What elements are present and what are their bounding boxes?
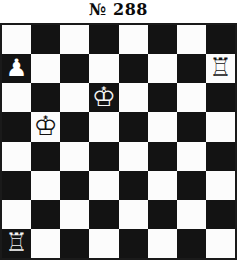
square-d6[interactable]: ♔	[89, 83, 118, 112]
square-d2[interactable]	[89, 200, 118, 229]
square-f3[interactable]	[148, 171, 177, 200]
white-king[interactable]: ♔	[34, 112, 58, 139]
square-c1[interactable]	[60, 229, 89, 258]
square-g8[interactable]	[177, 25, 206, 54]
square-f7[interactable]	[148, 54, 177, 83]
square-h4[interactable]	[206, 142, 235, 171]
square-b1[interactable]	[31, 229, 60, 258]
square-h5[interactable]	[206, 112, 235, 141]
square-d3[interactable]	[89, 171, 118, 200]
square-b3[interactable]	[31, 171, 60, 200]
square-a6[interactable]	[2, 83, 31, 112]
square-e2[interactable]	[119, 200, 148, 229]
square-e7[interactable]	[119, 54, 148, 83]
square-b4[interactable]	[31, 142, 60, 171]
square-h7[interactable]: ♖	[206, 54, 235, 83]
square-g1[interactable]	[177, 229, 206, 258]
square-g7[interactable]	[177, 54, 206, 83]
square-b5[interactable]: ♔	[31, 112, 60, 141]
square-b6[interactable]	[31, 83, 60, 112]
square-f4[interactable]	[148, 142, 177, 171]
square-h3[interactable]	[206, 171, 235, 200]
chess-puzzle-page: № 288 ♟♖♔♔♖	[0, 0, 237, 260]
square-b8[interactable]	[31, 25, 60, 54]
square-f8[interactable]	[148, 25, 177, 54]
square-h2[interactable]	[206, 200, 235, 229]
square-h6[interactable]	[206, 83, 235, 112]
square-d7[interactable]	[89, 54, 118, 83]
puzzle-number: № 288	[0, 0, 237, 23]
square-a1[interactable]: ♖	[2, 229, 31, 258]
square-c3[interactable]	[60, 171, 89, 200]
square-a8[interactable]	[2, 25, 31, 54]
square-b2[interactable]	[31, 200, 60, 229]
square-f2[interactable]	[148, 200, 177, 229]
square-b7[interactable]	[31, 54, 60, 83]
square-c5[interactable]	[60, 112, 89, 141]
square-a3[interactable]	[2, 171, 31, 200]
square-f6[interactable]	[148, 83, 177, 112]
square-a7[interactable]: ♟	[2, 54, 31, 83]
square-a4[interactable]	[2, 142, 31, 171]
square-d5[interactable]	[89, 112, 118, 141]
square-d4[interactable]	[89, 142, 118, 171]
black-king[interactable]: ♔	[92, 83, 116, 110]
square-e4[interactable]	[119, 142, 148, 171]
square-g5[interactable]	[177, 112, 206, 141]
square-f1[interactable]	[148, 229, 177, 258]
black-rook[interactable]: ♖	[5, 230, 27, 255]
square-h8[interactable]	[206, 25, 235, 54]
square-a5[interactable]	[2, 112, 31, 141]
white-rook[interactable]: ♖	[209, 55, 231, 80]
square-g2[interactable]	[177, 200, 206, 229]
square-c4[interactable]	[60, 142, 89, 171]
square-e5[interactable]	[119, 112, 148, 141]
square-g4[interactable]	[177, 142, 206, 171]
square-c6[interactable]	[60, 83, 89, 112]
square-g6[interactable]	[177, 83, 206, 112]
square-a2[interactable]	[2, 200, 31, 229]
square-h1[interactable]	[206, 229, 235, 258]
square-c2[interactable]	[60, 200, 89, 229]
square-e1[interactable]	[119, 229, 148, 258]
chess-board: ♟♖♔♔♖	[0, 23, 237, 260]
square-c7[interactable]	[60, 54, 89, 83]
square-g3[interactable]	[177, 171, 206, 200]
square-e8[interactable]	[119, 25, 148, 54]
square-f5[interactable]	[148, 112, 177, 141]
square-d1[interactable]	[89, 229, 118, 258]
square-e3[interactable]	[119, 171, 148, 200]
square-d8[interactable]	[89, 25, 118, 54]
white-pawn[interactable]: ♟	[6, 56, 28, 80]
square-e6[interactable]	[119, 83, 148, 112]
square-c8[interactable]	[60, 25, 89, 54]
